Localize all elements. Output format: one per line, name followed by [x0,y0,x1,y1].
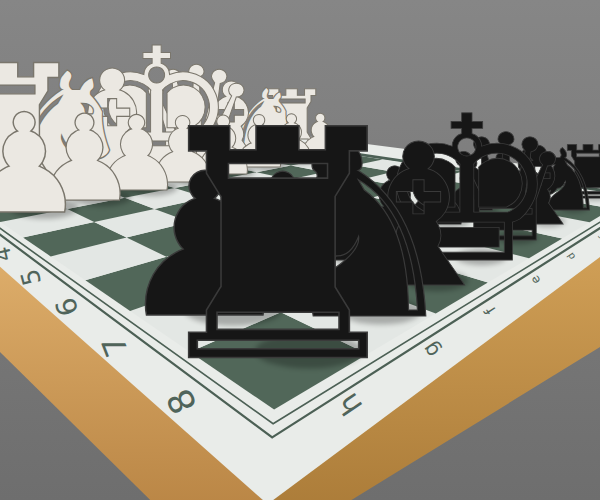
piece-black-rook-h8[interactable]: ♜ [136,63,420,432]
chess-scene: hgfedcba87654321 ♜♟♞♟♝♟♛♟♚♟♝♟♟♞♜♟♟♜♞♟♟♟♝… [0,0,600,500]
piece-white-pawn-h2[interactable]: ♟ [0,84,86,244]
chess-board-3d: hgfedcba87654321 ♜♟♞♟♝♟♛♟♚♟♝♟♟♞♜♟♟♜♞♟♟♟♝… [0,0,600,500]
